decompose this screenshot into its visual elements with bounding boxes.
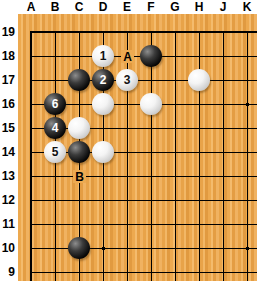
column-label: C	[71, 0, 87, 14]
point-label-B: B	[73, 170, 86, 183]
stone-black	[68, 69, 90, 91]
stone-black	[140, 45, 162, 67]
row-label: 18	[0, 49, 15, 63]
stone-black: 4	[44, 117, 66, 139]
row-label: 12	[0, 193, 15, 207]
stone-black	[68, 237, 90, 259]
row-label: 19	[0, 25, 15, 39]
column-label: F	[143, 0, 159, 14]
row-label: 16	[0, 97, 15, 111]
column-label: B	[47, 0, 63, 14]
star-point	[246, 103, 249, 106]
stone-black: 6	[44, 93, 66, 115]
stone-white	[188, 69, 210, 91]
column-label: K	[239, 0, 255, 14]
row-label: 13	[0, 169, 15, 183]
stone-white	[68, 117, 90, 139]
stone-white: 1	[92, 45, 114, 67]
star-point	[102, 247, 105, 250]
grid-line-vertical	[151, 31, 152, 281]
stone-white: 3	[116, 69, 138, 91]
row-label: 14	[0, 145, 15, 159]
row-label: 15	[0, 121, 15, 135]
grid-line-vertical	[30, 31, 32, 281]
column-label: G	[167, 0, 183, 14]
grid-line-vertical	[175, 31, 176, 281]
column-label: D	[95, 0, 111, 14]
point-label-A: A	[121, 50, 134, 63]
stone-black: 2	[92, 69, 114, 91]
grid-line-vertical	[247, 31, 248, 281]
row-label: 17	[0, 73, 15, 87]
grid-line-vertical	[223, 31, 224, 281]
go-diagram: 123645AB ABCDEFGHJK191817161514131211109	[0, 0, 257, 281]
stone-white: 5	[44, 141, 66, 163]
go-board[interactable]: 123645AB	[18, 14, 257, 281]
column-label: H	[191, 0, 207, 14]
row-label: 9	[0, 265, 15, 279]
column-label: E	[119, 0, 135, 14]
stone-white	[140, 93, 162, 115]
column-label: A	[23, 0, 39, 14]
stone-white	[92, 141, 114, 163]
column-label: J	[215, 0, 231, 14]
stone-black	[68, 141, 90, 163]
row-label: 10	[0, 241, 15, 255]
row-label: 11	[0, 217, 15, 231]
stone-white	[92, 93, 114, 115]
star-point	[246, 247, 249, 250]
